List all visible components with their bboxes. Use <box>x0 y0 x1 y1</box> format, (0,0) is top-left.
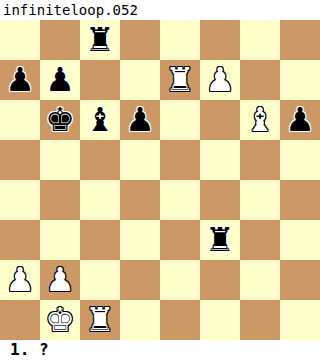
white-king-b1: ♚ <box>45 300 75 340</box>
square-f3[interactable]: ♜ <box>200 220 240 260</box>
square-a7[interactable]: ♟ <box>0 60 40 100</box>
square-h7[interactable] <box>280 60 320 100</box>
square-g1[interactable] <box>240 300 280 340</box>
square-a8[interactable] <box>0 20 40 60</box>
white-rook-c1: ♜ <box>85 300 115 340</box>
square-b5[interactable] <box>40 140 80 180</box>
square-d6[interactable]: ♟ <box>120 100 160 140</box>
square-e7[interactable]: ♜ <box>160 60 200 100</box>
square-e8[interactable] <box>160 20 200 60</box>
square-d5[interactable] <box>120 140 160 180</box>
white-rook-e7: ♜ <box>165 60 195 100</box>
square-h8[interactable] <box>280 20 320 60</box>
square-g4[interactable] <box>240 180 280 220</box>
square-b2[interactable]: ♟ <box>40 260 80 300</box>
square-b3[interactable] <box>40 220 80 260</box>
square-c3[interactable] <box>80 220 120 260</box>
square-c5[interactable] <box>80 140 120 180</box>
black-bishop-c6: ♝ <box>85 100 115 140</box>
square-f6[interactable] <box>200 100 240 140</box>
black-rook-f3: ♜ <box>205 220 235 260</box>
square-h6[interactable]: ♟ <box>280 100 320 140</box>
white-pawn-a2: ♟ <box>5 260 35 300</box>
square-g2[interactable] <box>240 260 280 300</box>
chess-board: ♜♟♟♜♟♚♝♟♝♟♜♟♟♚♜ <box>0 20 320 340</box>
square-g3[interactable] <box>240 220 280 260</box>
square-c8[interactable]: ♜ <box>80 20 120 60</box>
square-e2[interactable] <box>160 260 200 300</box>
black-pawn-h6: ♟ <box>285 100 315 140</box>
black-king-b6: ♚ <box>45 100 75 140</box>
square-h1[interactable] <box>280 300 320 340</box>
square-e3[interactable] <box>160 220 200 260</box>
square-f7[interactable]: ♟ <box>200 60 240 100</box>
puzzle-title: infiniteloop.052 <box>0 0 320 20</box>
square-d8[interactable] <box>120 20 160 60</box>
move-prompt: 1. ? <box>0 340 320 360</box>
square-h5[interactable] <box>280 140 320 180</box>
square-d2[interactable] <box>120 260 160 300</box>
black-pawn-a7: ♟ <box>5 60 35 100</box>
square-e6[interactable] <box>160 100 200 140</box>
square-f4[interactable] <box>200 180 240 220</box>
square-b1[interactable]: ♚ <box>40 300 80 340</box>
square-d1[interactable] <box>120 300 160 340</box>
square-g6[interactable]: ♝ <box>240 100 280 140</box>
square-f2[interactable] <box>200 260 240 300</box>
square-c1[interactable]: ♜ <box>80 300 120 340</box>
square-b4[interactable] <box>40 180 80 220</box>
square-b6[interactable]: ♚ <box>40 100 80 140</box>
square-c2[interactable] <box>80 260 120 300</box>
square-c6[interactable]: ♝ <box>80 100 120 140</box>
square-a1[interactable] <box>0 300 40 340</box>
square-e1[interactable] <box>160 300 200 340</box>
black-pawn-d6: ♟ <box>125 100 155 140</box>
square-a5[interactable] <box>0 140 40 180</box>
square-d7[interactable] <box>120 60 160 100</box>
square-h4[interactable] <box>280 180 320 220</box>
square-g8[interactable] <box>240 20 280 60</box>
square-c4[interactable] <box>80 180 120 220</box>
white-pawn-b2: ♟ <box>45 260 75 300</box>
square-f5[interactable] <box>200 140 240 180</box>
square-f1[interactable] <box>200 300 240 340</box>
square-b8[interactable] <box>40 20 80 60</box>
square-a4[interactable] <box>0 180 40 220</box>
white-pawn-f7: ♟ <box>205 60 235 100</box>
square-g5[interactable] <box>240 140 280 180</box>
square-c7[interactable] <box>80 60 120 100</box>
square-b7[interactable]: ♟ <box>40 60 80 100</box>
square-d4[interactable] <box>120 180 160 220</box>
black-rook-c8: ♜ <box>85 20 115 60</box>
square-a6[interactable] <box>0 100 40 140</box>
square-a2[interactable]: ♟ <box>0 260 40 300</box>
square-d3[interactable] <box>120 220 160 260</box>
square-f8[interactable] <box>200 20 240 60</box>
square-e4[interactable] <box>160 180 200 220</box>
square-g7[interactable] <box>240 60 280 100</box>
square-a3[interactable] <box>0 220 40 260</box>
black-pawn-b7: ♟ <box>45 60 75 100</box>
square-e5[interactable] <box>160 140 200 180</box>
square-h3[interactable] <box>280 220 320 260</box>
white-bishop-g6: ♝ <box>245 100 275 140</box>
square-h2[interactable] <box>280 260 320 300</box>
